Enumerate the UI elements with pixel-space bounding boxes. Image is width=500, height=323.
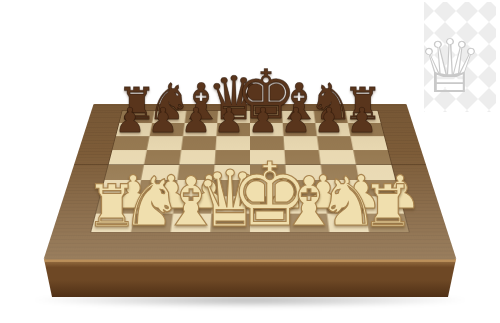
board-glare: [44, 104, 457, 260]
watermark-queen-outline: ♕: [417, 23, 483, 109]
brand-watermark: ♛ ♕: [412, 0, 498, 116]
product-photo: ♛ ♕ ♜♞♝♛♚♝♞♜♟♟♟♟♟♟♟♟♟♟♟♟♟♟♟♟♜♞♝♛♚♝♞♜: [0, 0, 500, 323]
chess-board: [44, 104, 457, 260]
board-side-front: [44, 259, 456, 297]
